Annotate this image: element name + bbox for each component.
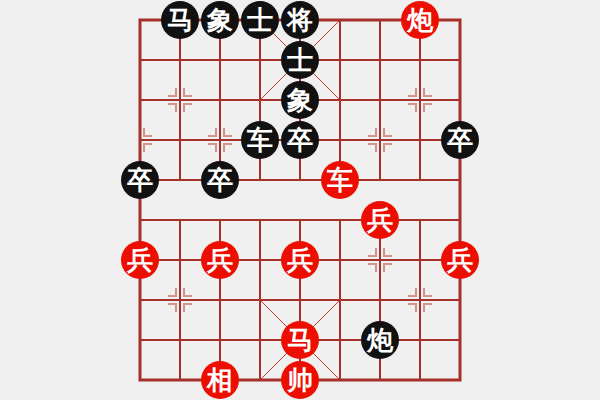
piece-red-king[interactable]: 帅	[281, 361, 319, 399]
xiangqi-board[interactable]: 马象士将炮士象车卒卒卒卒车兵兵兵兵兵马炮相帅	[120, 0, 480, 400]
piece-black-horse[interactable]: 马	[161, 1, 199, 39]
app-background: 马象士将炮士象车卒卒卒卒车兵兵兵兵兵马炮相帅	[0, 0, 600, 400]
piece-red-elephant[interactable]: 相	[201, 361, 239, 399]
piece-red-chariot[interactable]: 车	[321, 161, 359, 199]
piece-black-king[interactable]: 将	[281, 1, 319, 39]
piece-red-horse[interactable]: 马	[281, 321, 319, 359]
piece-red-pawn[interactable]: 兵	[281, 241, 319, 279]
pieces-layer: 马象士将炮士象车卒卒卒卒车兵兵兵兵兵马炮相帅	[120, 0, 480, 400]
piece-black-advisor[interactable]: 士	[241, 1, 279, 39]
piece-black-chariot[interactable]: 车	[241, 121, 279, 159]
piece-red-pawn[interactable]: 兵	[441, 241, 479, 279]
piece-red-pawn[interactable]: 兵	[361, 201, 399, 239]
piece-black-pawn[interactable]: 卒	[281, 121, 319, 159]
piece-red-cannon[interactable]: 炮	[401, 1, 439, 39]
piece-black-pawn[interactable]: 卒	[441, 121, 479, 159]
piece-black-advisor[interactable]: 士	[281, 41, 319, 79]
piece-red-pawn[interactable]: 兵	[201, 241, 239, 279]
piece-black-pawn[interactable]: 卒	[121, 161, 159, 199]
piece-black-pawn[interactable]: 卒	[201, 161, 239, 199]
piece-black-elephant[interactable]: 象	[201, 1, 239, 39]
piece-black-cannon[interactable]: 炮	[361, 321, 399, 359]
piece-black-elephant[interactable]: 象	[281, 81, 319, 119]
piece-red-pawn[interactable]: 兵	[121, 241, 159, 279]
